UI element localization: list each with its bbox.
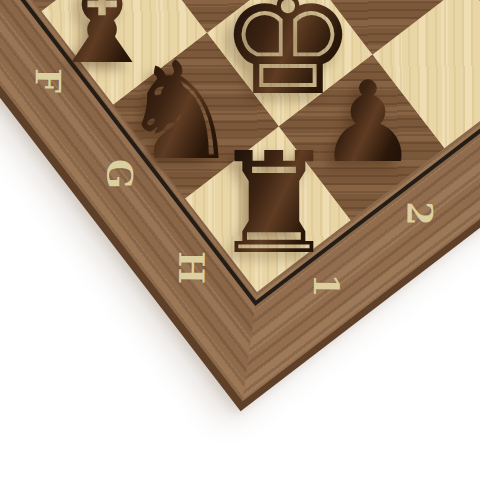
rank-label-2: 2 [399,201,440,226]
black-pawn-h2[interactable]: ♟ [318,66,418,178]
board-photo-scene: FGH12 ♝♞♚♜♟ [0,0,480,480]
file-label-h: H [171,251,212,284]
